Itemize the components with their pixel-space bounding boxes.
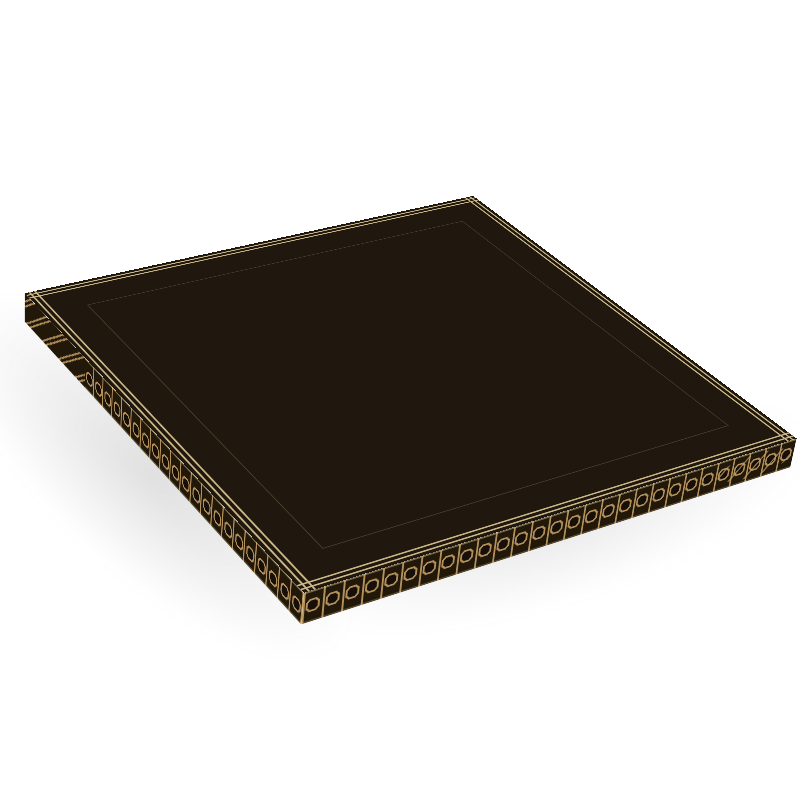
camera-roll-wrapper	[0, 0, 800, 800]
product-photo-scene	[0, 0, 800, 800]
chess-board	[25, 196, 797, 593]
board-top	[25, 196, 797, 593]
